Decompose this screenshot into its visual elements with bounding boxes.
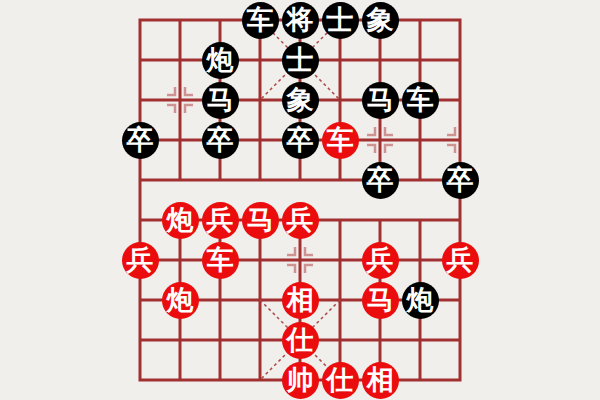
pieces-layer: 车将士象炮士马象马车卒卒卒车卒卒炮兵马兵兵车兵兵炮相马炮仕帅仕相 [0,0,600,400]
piece-red-elephant[interactable]: 相 [282,282,319,319]
piece-black-horse[interactable]: 马 [362,82,399,119]
piece-red-soldier[interactable]: 兵 [122,242,159,279]
piece-black-soldier[interactable]: 卒 [442,162,479,199]
piece-black-soldier[interactable]: 卒 [202,122,239,159]
piece-red-soldier[interactable]: 兵 [202,202,239,239]
piece-red-horse[interactable]: 马 [242,202,279,239]
piece-red-cannon[interactable]: 炮 [162,202,199,239]
piece-black-cannon[interactable]: 炮 [202,42,239,79]
piece-black-advisor[interactable]: 士 [282,42,319,79]
piece-black-cannon[interactable]: 炮 [402,282,439,319]
piece-black-chariot[interactable]: 车 [242,2,279,39]
piece-black-soldier[interactable]: 卒 [362,162,399,199]
piece-black-advisor[interactable]: 士 [322,2,359,39]
piece-black-elephant[interactable]: 象 [282,82,319,119]
piece-black-soldier[interactable]: 卒 [282,122,319,159]
piece-black-soldier[interactable]: 卒 [122,122,159,159]
piece-black-elephant[interactable]: 象 [362,2,399,39]
piece-red-soldier[interactable]: 兵 [282,202,319,239]
piece-red-chariot[interactable]: 车 [202,242,239,279]
piece-red-elephant[interactable]: 相 [362,362,399,399]
piece-red-horse[interactable]: 马 [362,282,399,319]
piece-black-chariot[interactable]: 车 [402,82,439,119]
piece-red-advisor[interactable]: 仕 [322,362,359,399]
xiangqi-board: 车将士象炮士马象马车卒卒卒车卒卒炮兵马兵兵车兵兵炮相马炮仕帅仕相 [0,0,600,400]
piece-black-horse[interactable]: 马 [202,82,239,119]
piece-red-advisor[interactable]: 仕 [282,322,319,359]
piece-red-soldier[interactable]: 兵 [442,242,479,279]
piece-red-soldier[interactable]: 兵 [362,242,399,279]
piece-red-king[interactable]: 帅 [282,362,319,399]
piece-black-general[interactable]: 将 [282,2,319,39]
piece-red-cannon[interactable]: 炮 [162,282,199,319]
piece-red-chariot[interactable]: 车 [322,122,359,159]
